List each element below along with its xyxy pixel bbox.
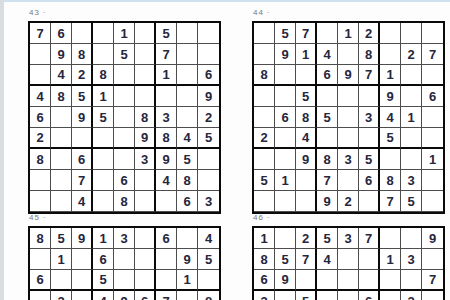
cell-r4c2: 8 [51, 86, 72, 107]
cell-r3c4: 5 [93, 270, 114, 291]
cell-r8c4 [93, 170, 114, 191]
cell-r3c9: 6 [198, 65, 219, 86]
cell-r2c6 [135, 249, 156, 270]
cell-r2c3: 1 [296, 44, 317, 65]
cell-r5c3: 9 [72, 107, 93, 128]
cell-r2c7 [380, 44, 401, 65]
cell-r3c3 [296, 270, 317, 291]
cell-r2c9: 5 [198, 249, 219, 270]
cell-r8c3 [296, 170, 317, 191]
puzzle-43-label: 43 · [29, 8, 221, 18]
cell-r4c7: 7 [156, 291, 177, 300]
cell-r1c9 [422, 23, 443, 44]
cell-r8c5 [338, 170, 359, 191]
cell-r1c4: 1 [93, 228, 114, 249]
cell-r4c7: 9 [380, 86, 401, 107]
cell-r9c4 [93, 191, 114, 212]
cell-r4c4 [317, 86, 338, 107]
cell-r1c6: 7 [359, 228, 380, 249]
cell-r4c1 [30, 291, 51, 300]
cell-r9c1 [30, 191, 51, 212]
cell-r4c6 [359, 86, 380, 107]
cell-r9c6 [135, 191, 156, 212]
cell-r1c9: 9 [422, 228, 443, 249]
cell-r3c6: 7 [359, 65, 380, 86]
puzzle-45: 45 · 85913641695651249678 [28, 213, 221, 300]
cell-r3c5: 9 [338, 65, 359, 86]
cell-r4c2 [275, 291, 296, 300]
cell-r1c1: 7 [30, 23, 51, 44]
cell-r3c7 [156, 270, 177, 291]
cell-r1c1: 1 [254, 228, 275, 249]
cell-r2c5 [114, 249, 135, 270]
cell-r5c6: 3 [359, 107, 380, 128]
cell-r9c6 [359, 191, 380, 212]
cell-r1c2: 5 [275, 23, 296, 44]
puzzle-46: 46 · 1253798574136973562 [252, 213, 445, 300]
cell-r3c7: 1 [156, 65, 177, 86]
cell-r2c4 [93, 44, 114, 65]
cell-r2c7: 1 [380, 249, 401, 270]
sudoku-grid-44: 5712914827869715966853412459835151768392… [252, 21, 445, 214]
cell-r8c9 [198, 170, 219, 191]
cell-r7c1: 8 [30, 149, 51, 170]
cell-r7c3: 6 [72, 149, 93, 170]
cell-r2c6 [135, 44, 156, 65]
cell-r4c5 [114, 86, 135, 107]
puzzle-45-label: 45 · [29, 213, 221, 223]
cell-r6c6: 9 [135, 128, 156, 149]
cell-r2c4: 6 [93, 249, 114, 270]
cell-r3c3: 2 [72, 65, 93, 86]
cell-r2c3 [72, 249, 93, 270]
cell-r2c9 [198, 44, 219, 65]
cell-r1c8 [401, 23, 422, 44]
cell-r2c5: 5 [114, 44, 135, 65]
cell-r6c9: 5 [198, 128, 219, 149]
cell-r2c1 [30, 249, 51, 270]
cell-r7c4: 8 [317, 149, 338, 170]
cell-r3c5 [114, 65, 135, 86]
cell-r9c8: 5 [401, 191, 422, 212]
cell-r5c9 [422, 107, 443, 128]
cell-r8c2 [51, 170, 72, 191]
cell-r8c1 [30, 170, 51, 191]
cell-r4c9: 6 [422, 86, 443, 107]
puzzle-44-label: 44 · [253, 8, 445, 18]
cell-r3c4: 8 [93, 65, 114, 86]
cell-r8c8: 3 [401, 170, 422, 191]
cell-r7c6: 5 [359, 149, 380, 170]
cell-r1c3: 7 [296, 23, 317, 44]
cell-r9c3: 4 [72, 191, 93, 212]
cell-r3c8 [401, 270, 422, 291]
cell-r4c6: 6 [359, 291, 380, 300]
puzzle-44: 44 · 57129148278697159668534124598351517… [252, 8, 445, 214]
cell-r2c2: 5 [275, 249, 296, 270]
cell-r2c4: 4 [317, 44, 338, 65]
cell-r9c5: 8 [114, 191, 135, 212]
cell-r3c4 [317, 270, 338, 291]
cell-r1c7 [380, 23, 401, 44]
cell-r4c7 [156, 86, 177, 107]
cell-r5c8: 1 [401, 107, 422, 128]
sudoku-book-page: { "game": "sudoku", "page_type": "printe… [0, 0, 450, 300]
sudoku-grid-43: 7615985742816485196958322984586395764848… [28, 21, 221, 214]
cell-r4c6: 6 [135, 291, 156, 300]
cell-r1c5: 1 [114, 23, 135, 44]
cell-r3c6 [359, 270, 380, 291]
cell-r7c9 [198, 149, 219, 170]
puzzle-46-label: 46 · [253, 213, 445, 223]
cell-r4c3: 5 [296, 86, 317, 107]
cell-r5c6: 8 [135, 107, 156, 128]
cell-r3c2 [275, 65, 296, 86]
cell-r4c4 [317, 291, 338, 300]
cell-r3c1: 6 [30, 270, 51, 291]
cell-r5c7: 4 [380, 107, 401, 128]
cell-r1c5: 3 [114, 228, 135, 249]
cell-r4c5 [338, 291, 359, 300]
cell-r9c4: 9 [317, 191, 338, 212]
cell-r7c5 [114, 149, 135, 170]
cell-r2c7: 7 [156, 44, 177, 65]
cell-r7c8: 5 [177, 149, 198, 170]
cell-r2c4: 4 [317, 249, 338, 270]
cell-r1c9 [198, 23, 219, 44]
cell-r1c4 [317, 23, 338, 44]
cell-r7c5: 3 [338, 149, 359, 170]
cell-r1c7 [380, 228, 401, 249]
cell-r4c2 [275, 86, 296, 107]
cell-r3c2: 9 [275, 270, 296, 291]
cell-r6c1: 2 [254, 128, 275, 149]
cell-r9c9 [422, 191, 443, 212]
cell-r4c8 [177, 86, 198, 107]
cell-r2c2: 9 [51, 44, 72, 65]
cell-r1c4 [93, 23, 114, 44]
cell-r1c6 [135, 23, 156, 44]
cell-r7c9: 1 [422, 149, 443, 170]
cell-r6c4 [317, 128, 338, 149]
cell-r4c5 [338, 86, 359, 107]
cell-r1c7: 6 [156, 228, 177, 249]
cell-r6c7: 5 [380, 128, 401, 149]
cell-r6c9 [422, 128, 443, 149]
cell-r2c3: 7 [296, 249, 317, 270]
cell-r6c6 [359, 128, 380, 149]
cell-r2c2: 9 [275, 44, 296, 65]
cell-r5c2 [51, 107, 72, 128]
cell-r1c2 [275, 228, 296, 249]
cell-r5c5 [114, 107, 135, 128]
cell-r3c7 [380, 270, 401, 291]
cell-r9c3 [296, 191, 317, 212]
cell-r1c2: 6 [51, 23, 72, 44]
cell-r6c5 [114, 128, 135, 149]
sudoku-grid-45: 85913641695651249678 [28, 226, 221, 300]
cell-r7c1 [254, 149, 275, 170]
cell-r1c8 [401, 228, 422, 249]
cell-r6c3 [72, 128, 93, 149]
cell-r2c8: 2 [401, 44, 422, 65]
cell-r3c9 [422, 65, 443, 86]
cell-r4c7 [380, 291, 401, 300]
cell-r4c1 [254, 86, 275, 107]
sudoku-grid-46: 1253798574136973562 [252, 226, 445, 300]
cell-r4c3: 5 [72, 86, 93, 107]
cell-r8c6: 6 [359, 170, 380, 191]
cell-r4c4: 1 [93, 86, 114, 107]
cell-r4c3 [72, 291, 93, 300]
cell-r1c6 [135, 228, 156, 249]
cell-r4c3: 5 [296, 291, 317, 300]
cell-r3c3 [296, 65, 317, 86]
cell-r1c1 [254, 23, 275, 44]
cell-r2c1 [30, 44, 51, 65]
cell-r3c5 [338, 270, 359, 291]
cell-r2c8 [177, 44, 198, 65]
cell-r5c5 [338, 107, 359, 128]
cell-r6c3: 4 [296, 128, 317, 149]
cell-r6c8 [401, 128, 422, 149]
cell-r8c6 [135, 170, 156, 191]
cell-r3c8 [177, 65, 198, 86]
cell-r8c3: 7 [72, 170, 93, 191]
cell-r2c8: 9 [177, 249, 198, 270]
cell-r9c1 [254, 191, 275, 212]
cell-r2c7 [156, 249, 177, 270]
cell-r2c6 [359, 249, 380, 270]
cell-r8c4: 7 [317, 170, 338, 191]
cell-r2c9: 7 [422, 44, 443, 65]
cell-r1c5: 3 [338, 228, 359, 249]
page-top-edge-line [0, 0, 450, 2]
cell-r4c9: 9 [198, 86, 219, 107]
cell-r3c8: 1 [177, 270, 198, 291]
cell-r6c7: 8 [156, 128, 177, 149]
cell-r2c1 [254, 44, 275, 65]
cell-r3c5 [114, 270, 135, 291]
cell-r8c7: 8 [380, 170, 401, 191]
cell-r8c1: 5 [254, 170, 275, 191]
cell-r4c9: 8 [198, 291, 219, 300]
cell-r2c5 [338, 44, 359, 65]
puzzle-43: 43 · 76159857428164851969583229845863957… [28, 8, 221, 214]
cell-r9c5: 2 [338, 191, 359, 212]
cell-r1c9: 4 [198, 228, 219, 249]
cell-r7c2 [51, 149, 72, 170]
cell-r1c6: 2 [359, 23, 380, 44]
cell-r4c6 [135, 86, 156, 107]
cell-r1c3: 9 [72, 228, 93, 249]
cell-r4c8: 2 [401, 291, 422, 300]
cell-r4c8 [401, 86, 422, 107]
cell-r7c4 [93, 149, 114, 170]
cell-r5c4: 5 [93, 107, 114, 128]
cell-r3c1: 8 [254, 65, 275, 86]
cell-r4c1: 4 [30, 86, 51, 107]
cell-r2c3: 8 [72, 44, 93, 65]
cell-r4c8 [177, 291, 198, 300]
cell-r1c2: 5 [51, 228, 72, 249]
cell-r1c3: 2 [296, 228, 317, 249]
cell-r4c1: 3 [254, 291, 275, 300]
cell-r7c7 [380, 149, 401, 170]
cell-r1c4: 5 [317, 228, 338, 249]
cell-r6c1: 2 [30, 128, 51, 149]
cell-r5c9: 2 [198, 107, 219, 128]
cell-r9c7: 7 [380, 191, 401, 212]
cell-r9c2 [275, 191, 296, 212]
cell-r9c9: 3 [198, 191, 219, 212]
cell-r5c1: 6 [30, 107, 51, 128]
cell-r1c8 [177, 23, 198, 44]
cell-r5c4: 5 [317, 107, 338, 128]
cell-r2c8: 3 [401, 249, 422, 270]
page-left-edge-strip [0, 0, 4, 300]
cell-r5c8 [177, 107, 198, 128]
cell-r3c1 [30, 65, 51, 86]
cell-r6c2 [275, 128, 296, 149]
cell-r1c1: 8 [30, 228, 51, 249]
cell-r1c8 [177, 228, 198, 249]
cell-r3c9 [198, 270, 219, 291]
cell-r4c2: 2 [51, 291, 72, 300]
cell-r1c7: 5 [156, 23, 177, 44]
cell-r2c1: 8 [254, 249, 275, 270]
cell-r5c7: 3 [156, 107, 177, 128]
cell-r2c6: 8 [359, 44, 380, 65]
cell-r3c6 [135, 270, 156, 291]
cell-r1c3 [72, 23, 93, 44]
cell-r4c5: 9 [114, 291, 135, 300]
cell-r3c8 [401, 65, 422, 86]
cell-r8c7: 4 [156, 170, 177, 191]
cell-r1c5: 1 [338, 23, 359, 44]
cell-r3c1: 6 [254, 270, 275, 291]
cell-r9c2 [51, 191, 72, 212]
cell-r3c3 [72, 270, 93, 291]
cell-r3c2: 4 [51, 65, 72, 86]
cell-r6c4 [93, 128, 114, 149]
cell-r9c7 [156, 191, 177, 212]
cell-r2c2: 1 [51, 249, 72, 270]
cell-r3c9: 7 [422, 270, 443, 291]
cell-r7c3: 9 [296, 149, 317, 170]
cell-r7c8 [401, 149, 422, 170]
cell-r8c9 [422, 170, 443, 191]
cell-r5c2: 6 [275, 107, 296, 128]
cell-r4c4: 4 [93, 291, 114, 300]
cell-r7c7: 9 [156, 149, 177, 170]
cell-r5c3: 8 [296, 107, 317, 128]
cell-r9c8: 6 [177, 191, 198, 212]
cell-r2c5 [338, 249, 359, 270]
cell-r8c8: 8 [177, 170, 198, 191]
cell-r4c9 [422, 291, 443, 300]
cell-r3c4: 6 [317, 65, 338, 86]
cell-r3c6 [135, 65, 156, 86]
cell-r2c9 [422, 249, 443, 270]
cell-r8c2: 1 [275, 170, 296, 191]
cell-r8c5: 6 [114, 170, 135, 191]
cell-r3c2 [51, 270, 72, 291]
cell-r5c1 [254, 107, 275, 128]
cell-r3c7: 1 [380, 65, 401, 86]
cell-r7c6: 3 [135, 149, 156, 170]
cell-r6c5 [338, 128, 359, 149]
cell-r7c2 [275, 149, 296, 170]
cell-r6c2 [51, 128, 72, 149]
cell-r6c8: 4 [177, 128, 198, 149]
